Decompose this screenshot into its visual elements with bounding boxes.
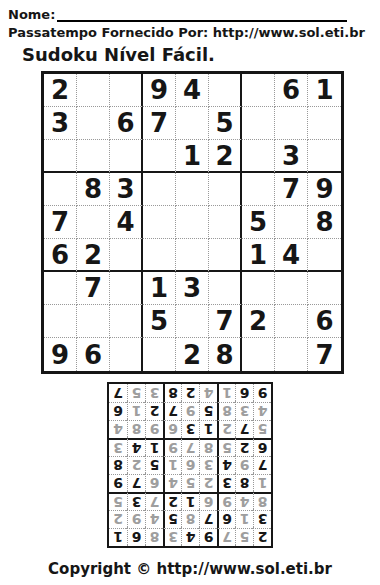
puzzle-cell: 4: [275, 239, 308, 272]
solution-cell: 2: [235, 438, 253, 456]
solution-cell: 7: [253, 456, 271, 474]
puzzle-cell[interactable]: [143, 140, 176, 173]
puzzle-cell: 1: [242, 239, 275, 272]
solution-cell: 7: [109, 384, 127, 402]
puzzle-cell[interactable]: [77, 74, 110, 107]
solution-cell: 3: [199, 456, 217, 474]
puzzle-cell[interactable]: [110, 305, 143, 338]
puzzle-cell: 1: [176, 140, 209, 173]
solution-cell: 3: [235, 402, 253, 420]
solution-cell: 3: [163, 528, 181, 546]
page-title: Sudoku Nível Fácil.: [22, 44, 380, 68]
puzzle-cell[interactable]: [176, 107, 209, 140]
solution-cell: 4: [181, 528, 199, 546]
solution-cell: 3: [109, 438, 127, 456]
solution-cell: 8: [127, 420, 145, 438]
puzzle-cell[interactable]: [77, 107, 110, 140]
puzzle-cell[interactable]: [209, 173, 242, 206]
solution-cell: 5: [217, 438, 235, 456]
puzzle-cell[interactable]: [308, 239, 341, 272]
solution-cell: 4: [127, 438, 145, 456]
solution-cell: 5: [253, 420, 271, 438]
puzzle-cell: 2: [44, 74, 77, 107]
puzzle-cell[interactable]: [275, 272, 308, 305]
puzzle-cell: 2: [77, 239, 110, 272]
puzzle-cell: 2: [176, 338, 209, 371]
solution-cell: 9: [181, 402, 199, 420]
sudoku-puzzle-grid[interactable]: 294613675123837974586214713572696287: [41, 71, 344, 374]
name-label: Nome:: [8, 7, 55, 22]
solution-cell: 3: [253, 510, 271, 528]
solution-cell: 7: [181, 438, 199, 456]
solution-cell: 4: [253, 402, 271, 420]
puzzle-cell: 5: [242, 206, 275, 239]
puzzle-cell[interactable]: [77, 206, 110, 239]
puzzle-cell[interactable]: [110, 239, 143, 272]
solution-cell: 4: [199, 384, 217, 402]
puzzle-cell: 3: [275, 140, 308, 173]
solution-cell: 1: [253, 474, 271, 492]
puzzle-cell: 7: [308, 338, 341, 371]
solution-cell: 7: [199, 510, 217, 528]
puzzle-cell[interactable]: [77, 305, 110, 338]
puzzle-cell: 6: [44, 239, 77, 272]
solution-cell: 9: [163, 438, 181, 456]
copyright-line: Copyright © http://www.sol.eti.br: [0, 560, 380, 578]
puzzle-cell[interactable]: [176, 305, 209, 338]
puzzle-cell[interactable]: [77, 140, 110, 173]
solution-cell: 3: [217, 474, 235, 492]
solution-cell: 9: [253, 384, 271, 402]
puzzle-cell: 6: [308, 305, 341, 338]
solution-cell: 2: [181, 384, 199, 402]
worksheet-page: Nome: Passatempo Fornecido Por: http://w…: [0, 0, 380, 585]
puzzle-cell: 6: [110, 107, 143, 140]
puzzle-cell[interactable]: [44, 272, 77, 305]
solution-cell: 6: [235, 384, 253, 402]
solution-cell: 5: [181, 474, 199, 492]
puzzle-cell: 4: [110, 206, 143, 239]
puzzle-cell: 3: [44, 107, 77, 140]
solution-cell: 5: [127, 384, 145, 402]
puzzle-cell[interactable]: [176, 173, 209, 206]
solution-cell: 9: [145, 420, 163, 438]
provider-line: Passatempo Fornecido Por: http://www.sol…: [8, 25, 380, 42]
puzzle-cell[interactable]: [110, 140, 143, 173]
solution-cell: 6: [127, 528, 145, 546]
solution-cell: 9: [217, 492, 235, 510]
puzzle-cell[interactable]: [209, 74, 242, 107]
puzzle-cell[interactable]: [308, 140, 341, 173]
puzzle-cell: 2: [209, 140, 242, 173]
solution-cell: 8: [199, 438, 217, 456]
name-fill-line[interactable]: [57, 7, 347, 22]
puzzle-cell[interactable]: [110, 272, 143, 305]
puzzle-cell: 4: [176, 74, 209, 107]
puzzle-cell: 7: [143, 107, 176, 140]
puzzle-cell[interactable]: [44, 140, 77, 173]
solution-cell: 6: [217, 510, 235, 528]
solution-cell: 1: [127, 402, 145, 420]
puzzle-cell: 2: [242, 305, 275, 338]
puzzle-cell: 7: [209, 305, 242, 338]
solution-cell: 4: [217, 456, 235, 474]
solution-cell: 7: [235, 420, 253, 438]
solution-cell: 4: [109, 420, 127, 438]
puzzle-cell[interactable]: [44, 305, 77, 338]
solution-cell: 8: [145, 528, 163, 546]
puzzle-cell: 7: [275, 173, 308, 206]
solution-cell: 7: [145, 492, 163, 510]
puzzle-cell: 9: [308, 173, 341, 206]
solution-cell: 8: [253, 492, 271, 510]
puzzle-cell: 8: [209, 338, 242, 371]
solution-cell: 2: [199, 474, 217, 492]
solution-cell: 6: [163, 420, 181, 438]
solution-cell: 5: [199, 402, 217, 420]
puzzle-cell[interactable]: [143, 338, 176, 371]
puzzle-cell[interactable]: [209, 239, 242, 272]
puzzle-cell: 1: [143, 272, 176, 305]
solution-cell: 8: [163, 384, 181, 402]
puzzle-cell[interactable]: [242, 272, 275, 305]
solution-cell: 8: [109, 456, 127, 474]
solution-cell: 6: [109, 402, 127, 420]
solution-cell: 6: [181, 456, 199, 474]
puzzle-cell: 9: [143, 74, 176, 107]
solution-cell: 5: [145, 456, 163, 474]
solution-cell: 1: [109, 528, 127, 546]
solution-cell: 6: [145, 474, 163, 492]
puzzle-cell[interactable]: [110, 338, 143, 371]
solution-cell: 7: [163, 402, 181, 420]
solution-cell: 3: [127, 492, 145, 510]
solution-cell: 2: [127, 456, 145, 474]
puzzle-cell: 1: [308, 74, 341, 107]
puzzle-cell[interactable]: [275, 305, 308, 338]
puzzle-cell[interactable]: [176, 206, 209, 239]
solution-cell: 8: [181, 510, 199, 528]
puzzle-cell: 5: [209, 107, 242, 140]
puzzle-cell[interactable]: [308, 107, 341, 140]
solution-cell: 2: [253, 528, 271, 546]
solution-cell: 2: [109, 510, 127, 528]
solution-cell: 1: [163, 456, 181, 474]
solution-cell: 9: [235, 456, 253, 474]
solution-cell: 6: [199, 492, 217, 510]
solution-cell: 1: [145, 438, 163, 456]
solution-cell: 4: [235, 492, 253, 510]
solution-cell: 2: [163, 492, 181, 510]
solution-cell: 7: [217, 528, 235, 546]
puzzle-cell[interactable]: [308, 272, 341, 305]
solution-cell: 3: [145, 384, 163, 402]
puzzle-cell: 8: [77, 173, 110, 206]
puzzle-cell[interactable]: [242, 173, 275, 206]
solution-cell: 1: [199, 420, 217, 438]
puzzle-cell: 9: [44, 338, 77, 371]
solution-cell: 8: [235, 474, 253, 492]
puzzle-cell[interactable]: [275, 338, 308, 371]
puzzle-cell[interactable]: [44, 173, 77, 206]
solution-cell: 8: [217, 402, 235, 420]
puzzle-cell[interactable]: [275, 206, 308, 239]
puzzle-cell[interactable]: [143, 173, 176, 206]
puzzle-cell[interactable]: [209, 272, 242, 305]
puzzle-cell: 8: [308, 206, 341, 239]
puzzle-cell: 7: [77, 272, 110, 305]
solution-cell: 9: [109, 474, 127, 492]
solution-cell: 2: [145, 402, 163, 420]
solution-cell: 5: [235, 528, 253, 546]
puzzle-cell[interactable]: [209, 206, 242, 239]
puzzle-cell[interactable]: [242, 74, 275, 107]
solution-cell: 4: [145, 510, 163, 528]
solution-cell: 7: [127, 474, 145, 492]
puzzle-cell[interactable]: [110, 74, 143, 107]
puzzle-cell[interactable]: [242, 107, 275, 140]
puzzle-cell[interactable]: [242, 140, 275, 173]
puzzle-cell: 6: [77, 338, 110, 371]
puzzle-cell: 3: [176, 272, 209, 305]
solution-cell: 1: [217, 384, 235, 402]
puzzle-cell: 7: [44, 206, 77, 239]
solution-cell: 3: [181, 420, 199, 438]
solution-cell: 9: [199, 528, 217, 546]
name-row: Nome:: [8, 5, 347, 22]
solution-cell: 5: [109, 492, 127, 510]
puzzle-cell: 5: [143, 305, 176, 338]
puzzle-cell[interactable]: [242, 338, 275, 371]
puzzle-cell[interactable]: [143, 239, 176, 272]
puzzle-cell: 6: [275, 74, 308, 107]
solution-cell: 1: [181, 492, 199, 510]
sudoku-solution-grid: 2579438613167854928496127351832546797943…: [107, 382, 273, 548]
puzzle-cell[interactable]: [275, 107, 308, 140]
puzzle-cell[interactable]: [143, 206, 176, 239]
solution-cell: 1: [235, 510, 253, 528]
solution-cell: 5: [163, 510, 181, 528]
solution-cell: 6: [253, 438, 271, 456]
solution-cell: 4: [163, 474, 181, 492]
puzzle-cell[interactable]: [176, 239, 209, 272]
solution-cell: 9: [127, 510, 145, 528]
solution-cell: 2: [217, 420, 235, 438]
puzzle-cell: 3: [110, 173, 143, 206]
